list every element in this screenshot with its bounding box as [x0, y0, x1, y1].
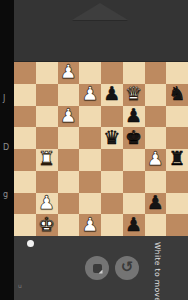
square-b8[interactable] [36, 62, 58, 84]
square-h8[interactable] [166, 62, 188, 84]
square-h1[interactable] [166, 214, 188, 236]
white-rook-icon[interactable]: ♜ [38, 149, 55, 168]
white-pawn-icon[interactable]: ♟ [82, 215, 99, 234]
stop-button[interactable] [85, 256, 109, 280]
square-b7[interactable] [36, 84, 58, 106]
square-h5[interactable] [166, 127, 188, 149]
square-e3[interactable] [101, 171, 123, 193]
strip-glyph-2: D [3, 144, 9, 152]
square-e8[interactable] [101, 62, 123, 84]
square-h6[interactable] [166, 106, 188, 128]
square-f4[interactable] [123, 149, 145, 171]
black-king-icon[interactable]: ♚ [125, 128, 142, 147]
square-e2[interactable] [101, 193, 123, 215]
square-c2[interactable] [58, 193, 80, 215]
side-to-move-label: White to move [153, 242, 162, 298]
square-a4[interactable] [14, 149, 36, 171]
square-a7[interactable] [14, 84, 36, 106]
expand-panel-triangle-icon[interactable] [72, 3, 128, 20]
square-f8[interactable] [123, 62, 145, 84]
black-queen-icon[interactable]: ♛ [103, 128, 120, 147]
square-c8[interactable]: ♟ [58, 62, 80, 84]
square-a8[interactable] [14, 62, 36, 84]
black-pawn-icon[interactable]: ♟ [125, 106, 142, 125]
square-g7[interactable] [145, 84, 167, 106]
square-g6[interactable] [145, 106, 167, 128]
top-panel [14, 0, 188, 62]
square-g8[interactable] [145, 62, 167, 84]
square-a1[interactable] [14, 214, 36, 236]
square-h2[interactable] [166, 193, 188, 215]
square-d6[interactable] [79, 106, 101, 128]
bottom-panel: ↺ White to move u [14, 236, 188, 300]
square-f6[interactable]: ♟ [123, 106, 145, 128]
status-strip: J D g [0, 0, 14, 300]
square-c1[interactable] [58, 214, 80, 236]
square-g1[interactable] [145, 214, 167, 236]
square-d7[interactable]: ♟ [79, 84, 101, 106]
square-f5[interactable]: ♚ [123, 127, 145, 149]
square-c7[interactable] [58, 84, 80, 106]
square-c4[interactable] [58, 149, 80, 171]
square-a6[interactable] [14, 106, 36, 128]
square-e6[interactable] [101, 106, 123, 128]
restart-button[interactable]: ↺ [115, 256, 139, 280]
square-b4[interactable]: ♜ [36, 149, 58, 171]
square-f2[interactable] [123, 193, 145, 215]
square-d2[interactable] [79, 193, 101, 215]
square-h4[interactable]: ♜ [166, 149, 188, 171]
square-e7[interactable]: ♟ [101, 84, 123, 106]
black-pawn-icon[interactable]: ♟ [125, 215, 142, 234]
white-king-icon[interactable]: ♚ [38, 215, 55, 234]
square-g4[interactable]: ♟ [145, 149, 167, 171]
square-c5[interactable] [58, 127, 80, 149]
square-e1[interactable] [101, 214, 123, 236]
corner-glyph: u [18, 282, 22, 289]
square-e5[interactable]: ♛ [101, 127, 123, 149]
square-a2[interactable] [14, 193, 36, 215]
white-pawn-icon[interactable]: ♟ [60, 106, 77, 125]
black-rook-icon[interactable]: ♜ [169, 149, 186, 168]
white-pawn-icon[interactable]: ♟ [82, 84, 99, 103]
square-g5[interactable] [145, 127, 167, 149]
square-h7[interactable]: ♞ [166, 84, 188, 106]
square-d1[interactable]: ♟ [79, 214, 101, 236]
square-g2[interactable]: ♟ [145, 193, 167, 215]
square-b5[interactable] [36, 127, 58, 149]
square-d5[interactable] [79, 127, 101, 149]
black-pawn-icon[interactable]: ♟ [147, 193, 164, 212]
strip-glyph-3: g [3, 191, 8, 199]
white-queen-icon[interactable]: ♛ [125, 84, 142, 103]
restart-icon: ↺ [121, 260, 134, 275]
square-d3[interactable] [79, 171, 101, 193]
square-d4[interactable] [79, 149, 101, 171]
square-h3[interactable] [166, 171, 188, 193]
black-pawn-icon[interactable]: ♟ [103, 84, 120, 103]
square-e4[interactable] [101, 149, 123, 171]
square-a3[interactable] [14, 171, 36, 193]
square-f3[interactable] [123, 171, 145, 193]
square-a5[interactable] [14, 127, 36, 149]
square-f1[interactable]: ♟ [123, 214, 145, 236]
square-b1[interactable]: ♚ [36, 214, 58, 236]
black-knight-icon[interactable]: ♞ [169, 84, 186, 103]
white-pawn-icon[interactable]: ♟ [60, 62, 77, 81]
square-d8[interactable] [79, 62, 101, 84]
white-pawn-icon[interactable]: ♟ [38, 193, 55, 212]
chess-board[interactable]: ♟♟♟♛♞♟♟♛♚♜♟♜♟♟♚♟♟ [14, 62, 188, 236]
white-pawn-icon[interactable]: ♟ [147, 149, 164, 168]
square-c3[interactable] [58, 171, 80, 193]
strip-glyph-1: J [3, 95, 5, 103]
stop-icon [93, 264, 102, 273]
square-g3[interactable] [145, 171, 167, 193]
move-indicator-dot [27, 240, 34, 247]
square-c6[interactable]: ♟ [58, 106, 80, 128]
square-b3[interactable] [36, 171, 58, 193]
square-b2[interactable]: ♟ [36, 193, 58, 215]
square-f7[interactable]: ♛ [123, 84, 145, 106]
app-screen: J D g ♟♟♟♛♞♟♟♛♚♜♟♜♟♟♚♟♟ ↺ White to move … [0, 0, 188, 300]
square-b6[interactable] [36, 106, 58, 128]
